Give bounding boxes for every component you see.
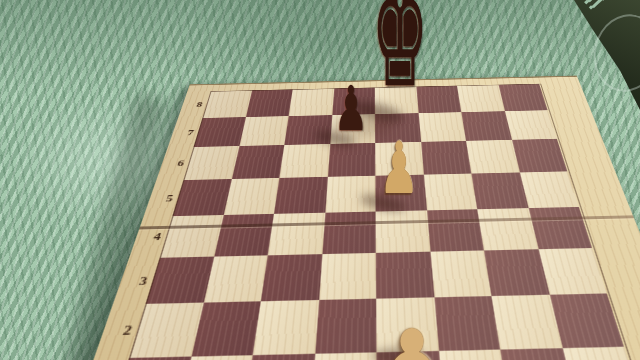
square-h7 — [504, 110, 556, 140]
square-f3 — [430, 250, 492, 297]
square-h8 — [498, 84, 548, 111]
square-a6 — [183, 146, 238, 180]
square-h6 — [511, 139, 567, 172]
square-f4 — [426, 209, 483, 251]
square-a5 — [172, 179, 231, 217]
square-e3 — [376, 251, 434, 299]
white-king-partial: ♟ — [336, 308, 488, 360]
square-f5 — [423, 173, 477, 210]
square-c5 — [274, 176, 327, 213]
square-b7 — [239, 116, 289, 146]
white-pawn: ♟ — [367, 132, 432, 204]
square-g5 — [471, 172, 528, 209]
square-c1 — [244, 353, 315, 360]
white-king-glyph: ♟ — [347, 308, 477, 360]
square-a7 — [193, 117, 245, 147]
photo-scene: 87654321 ♚ ♟ ♟ ♟ — [0, 0, 640, 360]
square-g7 — [461, 111, 511, 141]
board-rotation-wrap: 87654321 — [0, 0, 640, 360]
square-b4 — [214, 214, 274, 256]
square-c4 — [268, 213, 325, 255]
square-c3 — [261, 254, 322, 302]
black-pawn-glyph: ♟ — [334, 78, 368, 140]
square-b5 — [223, 177, 279, 215]
square-g6 — [466, 140, 519, 173]
square-c6 — [279, 144, 329, 178]
square-a8 — [202, 90, 251, 117]
square-b8 — [246, 89, 293, 116]
square-h2 — [549, 293, 624, 347]
black-pawn: ♟ — [323, 78, 379, 140]
white-pawn-glyph: ♟ — [379, 132, 419, 204]
square-h4 — [528, 207, 592, 249]
black-king-glyph: ♚ — [372, 0, 428, 108]
square-h3 — [538, 247, 607, 294]
square-e4 — [376, 210, 430, 252]
square-d3 — [318, 252, 376, 300]
square-c2 — [253, 300, 319, 354]
square-h1 — [562, 346, 640, 360]
square-b3 — [203, 255, 268, 303]
square-d4 — [322, 212, 376, 254]
square-h5 — [519, 171, 579, 208]
square-b2 — [191, 301, 261, 356]
square-b6 — [231, 145, 284, 179]
